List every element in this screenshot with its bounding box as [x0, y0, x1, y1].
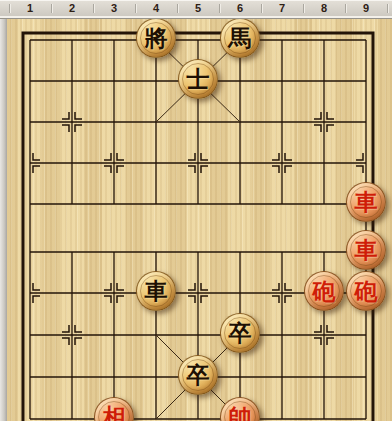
piece-black-horse[interactable]: 馬: [220, 18, 260, 58]
piece-glyph: 士: [187, 59, 210, 99]
ruler-label: 3: [111, 2, 117, 14]
ruler-label: 9: [363, 2, 369, 14]
piece-glyph: 車: [355, 230, 378, 270]
ruler-tick: [303, 4, 304, 13]
ruler-tick: [9, 4, 10, 13]
ruler-tick: [261, 4, 262, 13]
piece-glyph: 車: [145, 271, 168, 311]
ruler-tick: [177, 4, 178, 13]
piece-glyph: 相: [103, 397, 126, 421]
piece-glyph: 卒: [187, 355, 210, 395]
piece-glyph: 砲: [313, 271, 336, 311]
piece-glyph: 將: [145, 18, 168, 58]
window-left-edge: [0, 17, 7, 421]
piece-black-general[interactable]: 將: [136, 18, 176, 58]
piece-black-chariot[interactable]: 車: [136, 271, 176, 311]
piece-glyph: 車: [355, 182, 378, 222]
piece-glyph: 帥: [229, 397, 252, 421]
ruler-label: 7: [279, 2, 285, 14]
ruler-tick: [51, 4, 52, 13]
ruler-label: 6: [237, 2, 243, 14]
piece-glyph: 砲: [355, 271, 378, 311]
ruler-tick: [93, 4, 94, 13]
ruler-bevel-edge: [0, 16, 392, 19]
piece-red-cannon[interactable]: 砲: [304, 271, 344, 311]
piece-black-soldier[interactable]: 卒: [178, 355, 218, 395]
ruler-label: 4: [153, 2, 159, 14]
piece-glyph: 卒: [229, 313, 252, 353]
column-ruler: 123456789: [0, 0, 392, 16]
piece-black-soldier[interactable]: 卒: [220, 313, 260, 353]
ruler-label: 5: [195, 2, 201, 14]
ruler-tick: [345, 4, 346, 13]
ruler-label: 2: [69, 2, 75, 14]
ruler-label: 8: [321, 2, 327, 14]
piece-red-chariot[interactable]: 車: [346, 230, 386, 270]
piece-red-cannon[interactable]: 砲: [346, 271, 386, 311]
piece-black-advisor[interactable]: 士: [178, 59, 218, 99]
piece-red-chariot[interactable]: 車: [346, 182, 386, 222]
piece-glyph: 馬: [229, 18, 252, 58]
ruler-tick: [387, 4, 388, 13]
xiangqi-app-window: 123456789 將馬士車車車砲砲卒卒相帥: [0, 0, 392, 421]
ruler-tick: [135, 4, 136, 13]
ruler-tick: [219, 4, 220, 13]
ruler-label: 1: [27, 2, 33, 14]
